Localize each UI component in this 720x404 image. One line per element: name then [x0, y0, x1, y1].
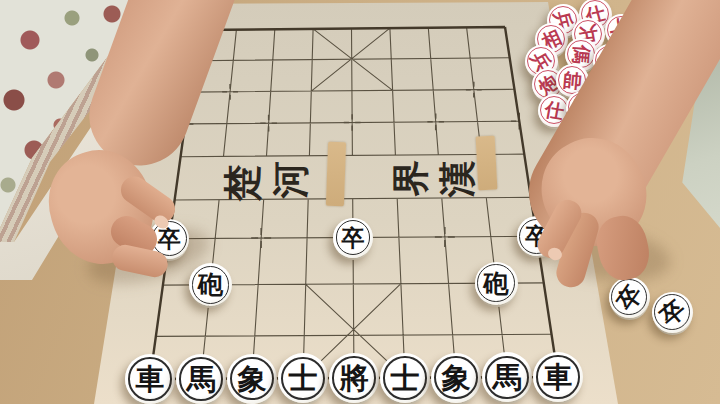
- piece-character: 車: [533, 352, 583, 402]
- piece-black[interactable]: 卒: [517, 216, 557, 256]
- piece-black[interactable]: 砲: [189, 263, 232, 306]
- piece-black[interactable]: 象: [227, 354, 277, 404]
- piece-black[interactable]: 馬: [482, 352, 532, 402]
- piece-black[interactable]: 馬: [176, 354, 226, 404]
- river-label-chu: 楚: [218, 165, 268, 202]
- piece-black[interactable]: 士: [380, 353, 430, 403]
- river-label-jie: 界: [386, 160, 436, 197]
- piece-character: 砲: [475, 262, 518, 305]
- piece-red[interactable]: 兵: [618, 67, 651, 100]
- piece-character: 卒: [333, 218, 373, 258]
- river-label-he: 河: [266, 162, 316, 199]
- piece-black[interactable]: 車: [533, 352, 583, 402]
- piece-character: 兵: [618, 67, 651, 100]
- piece-red[interactable]: 俥: [595, 95, 628, 128]
- piece-black[interactable]: 卒: [333, 218, 373, 258]
- piece-character: 將: [329, 353, 379, 403]
- piece-character: 車: [125, 354, 175, 404]
- piece-black[interactable]: 車: [125, 354, 175, 404]
- piece-black[interactable]: 卒: [149, 219, 189, 259]
- piece-character: 馬: [176, 354, 226, 404]
- piece-character: 砲: [189, 263, 232, 306]
- piece-black[interactable]: 士: [278, 353, 328, 403]
- piece-character: 馬: [482, 352, 532, 402]
- river-label-han: 漢: [433, 161, 483, 198]
- piece-character: 士: [380, 353, 430, 403]
- piece-character: 卒: [517, 216, 557, 256]
- piece-black[interactable]: 卒: [609, 277, 650, 318]
- piece-character: 象: [431, 353, 481, 403]
- piece-character: 象: [227, 354, 277, 404]
- piece-black[interactable]: 象: [431, 353, 481, 403]
- piece-character: 卒: [149, 219, 189, 259]
- xiangqi-setup-scene: 楚 河 界 漢 車馬象士將士象馬車砲砲卒卒卒卒卒仕兵兵相兵傌俥兵炮炮帥相兵仕傌俥: [0, 0, 720, 404]
- piece-black[interactable]: 卒: [652, 292, 693, 333]
- piece-black[interactable]: 將: [329, 353, 379, 403]
- tape-strip: [326, 142, 346, 207]
- piece-character: 士: [278, 353, 328, 403]
- piece-black[interactable]: 砲: [475, 262, 518, 305]
